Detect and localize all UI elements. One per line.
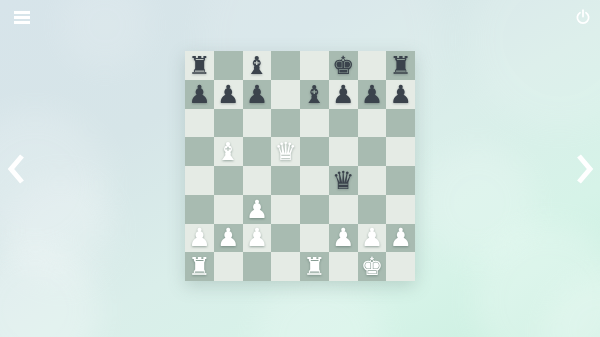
square-e6[interactable]	[300, 109, 329, 138]
square-c2[interactable]: ♟	[243, 224, 272, 253]
square-e8[interactable]	[300, 51, 329, 80]
piece-white-pawn-c3[interactable]: ♟	[246, 197, 268, 222]
square-g1[interactable]: ♚	[358, 252, 387, 281]
square-f1[interactable]	[329, 252, 358, 281]
square-f6[interactable]	[329, 109, 358, 138]
square-b4[interactable]	[214, 166, 243, 195]
square-d1[interactable]	[271, 252, 300, 281]
app-background: ♜♝♚♜♟♟♟♝♟♟♟♝♛♛♟♟♟♟♟♟♟♜♜♚	[0, 0, 600, 337]
power-button[interactable]	[573, 8, 593, 28]
bokeh-circle	[60, 0, 150, 70]
square-c7[interactable]: ♟	[243, 80, 272, 109]
square-g5[interactable]	[358, 137, 387, 166]
square-g2[interactable]: ♟	[358, 224, 387, 253]
square-e3[interactable]	[300, 195, 329, 224]
piece-black-pawn-f7[interactable]: ♟	[332, 82, 354, 107]
square-b8[interactable]	[214, 51, 243, 80]
piece-black-pawn-g7[interactable]: ♟	[361, 82, 383, 107]
chevron-left-icon	[5, 149, 29, 189]
piece-white-pawn-b2[interactable]: ♟	[217, 225, 239, 250]
bokeh-circle	[0, 245, 100, 337]
square-a5[interactable]	[185, 137, 214, 166]
square-d5[interactable]: ♛	[271, 137, 300, 166]
piece-black-rook-a8[interactable]: ♜	[188, 53, 210, 78]
square-e4[interactable]	[300, 166, 329, 195]
square-d4[interactable]	[271, 166, 300, 195]
piece-black-queen-f4[interactable]: ♛	[332, 168, 354, 193]
piece-white-king-g1[interactable]: ♚	[361, 254, 383, 279]
piece-white-bishop-b5[interactable]: ♝	[217, 139, 239, 164]
chevron-right-icon	[572, 149, 596, 189]
bokeh-circle	[475, 225, 600, 337]
square-g8[interactable]	[358, 51, 387, 80]
square-b2[interactable]: ♟	[214, 224, 243, 253]
square-a1[interactable]: ♜	[185, 252, 214, 281]
piece-white-pawn-f2[interactable]: ♟	[332, 225, 354, 250]
square-c5[interactable]	[243, 137, 272, 166]
piece-black-bishop-c8[interactable]: ♝	[246, 53, 268, 78]
square-e2[interactable]	[300, 224, 329, 253]
square-h3[interactable]	[386, 195, 415, 224]
square-h1[interactable]	[386, 252, 415, 281]
square-c4[interactable]	[243, 166, 272, 195]
square-h5[interactable]	[386, 137, 415, 166]
square-f2[interactable]: ♟	[329, 224, 358, 253]
square-d6[interactable]	[271, 109, 300, 138]
square-c6[interactable]	[243, 109, 272, 138]
square-a3[interactable]	[185, 195, 214, 224]
square-f7[interactable]: ♟	[329, 80, 358, 109]
square-a4[interactable]	[185, 166, 214, 195]
piece-white-pawn-h2[interactable]: ♟	[389, 225, 411, 250]
piece-white-rook-a1[interactable]: ♜	[188, 254, 210, 279]
square-b1[interactable]	[214, 252, 243, 281]
square-a8[interactable]: ♜	[185, 51, 214, 80]
square-g7[interactable]: ♟	[358, 80, 387, 109]
square-b3[interactable]	[214, 195, 243, 224]
piece-black-bishop-e7[interactable]: ♝	[303, 82, 325, 107]
square-c3[interactable]: ♟	[243, 195, 272, 224]
square-g3[interactable]	[358, 195, 387, 224]
bokeh-circle	[5, 175, 115, 285]
square-h8[interactable]: ♜	[386, 51, 415, 80]
square-h4[interactable]	[386, 166, 415, 195]
piece-black-king-f8[interactable]: ♚	[332, 53, 354, 78]
piece-white-pawn-a2[interactable]: ♟	[188, 225, 210, 250]
piece-black-pawn-h7[interactable]: ♟	[389, 82, 411, 107]
bokeh-circle	[420, 145, 535, 260]
previous-puzzle-button[interactable]	[5, 149, 29, 189]
square-f4[interactable]: ♛	[329, 166, 358, 195]
square-a7[interactable]: ♟	[185, 80, 214, 109]
square-f8[interactable]: ♚	[329, 51, 358, 80]
square-b7[interactable]: ♟	[214, 80, 243, 109]
piece-black-pawn-a7[interactable]: ♟	[188, 82, 210, 107]
square-b5[interactable]: ♝	[214, 137, 243, 166]
piece-black-pawn-b7[interactable]: ♟	[217, 82, 239, 107]
bokeh-circle	[545, 275, 600, 337]
square-d3[interactable]	[271, 195, 300, 224]
square-h2[interactable]: ♟	[386, 224, 415, 253]
square-b6[interactable]	[214, 109, 243, 138]
square-h7[interactable]: ♟	[386, 80, 415, 109]
piece-white-pawn-c2[interactable]: ♟	[246, 225, 268, 250]
square-d2[interactable]	[271, 224, 300, 253]
square-f5[interactable]	[329, 137, 358, 166]
square-d7[interactable]	[271, 80, 300, 109]
square-e1[interactable]: ♜	[300, 252, 329, 281]
square-a6[interactable]	[185, 109, 214, 138]
power-icon	[573, 8, 593, 28]
square-e5[interactable]	[300, 137, 329, 166]
square-d8[interactable]	[271, 51, 300, 80]
square-f3[interactable]	[329, 195, 358, 224]
menu-button[interactable]	[14, 11, 30, 24]
next-puzzle-button[interactable]	[572, 149, 596, 189]
square-a2[interactable]: ♟	[185, 224, 214, 253]
piece-white-pawn-g2[interactable]: ♟	[361, 225, 383, 250]
piece-white-rook-e1[interactable]: ♜	[303, 254, 325, 279]
square-e7[interactable]: ♝	[300, 80, 329, 109]
hamburger-menu-icon	[14, 11, 30, 14]
piece-black-pawn-c7[interactable]: ♟	[246, 82, 268, 107]
square-g4[interactable]	[358, 166, 387, 195]
piece-black-rook-h8[interactable]: ♜	[389, 53, 411, 78]
square-g6[interactable]	[358, 109, 387, 138]
piece-white-queen-d5[interactable]: ♛	[274, 139, 296, 164]
square-c1[interactable]	[243, 252, 272, 281]
square-c8[interactable]: ♝	[243, 51, 272, 80]
chess-board: ♜♝♚♜♟♟♟♝♟♟♟♝♛♛♟♟♟♟♟♟♟♜♜♚	[185, 51, 415, 281]
bokeh-circle	[255, 275, 385, 337]
square-h6[interactable]	[386, 109, 415, 138]
